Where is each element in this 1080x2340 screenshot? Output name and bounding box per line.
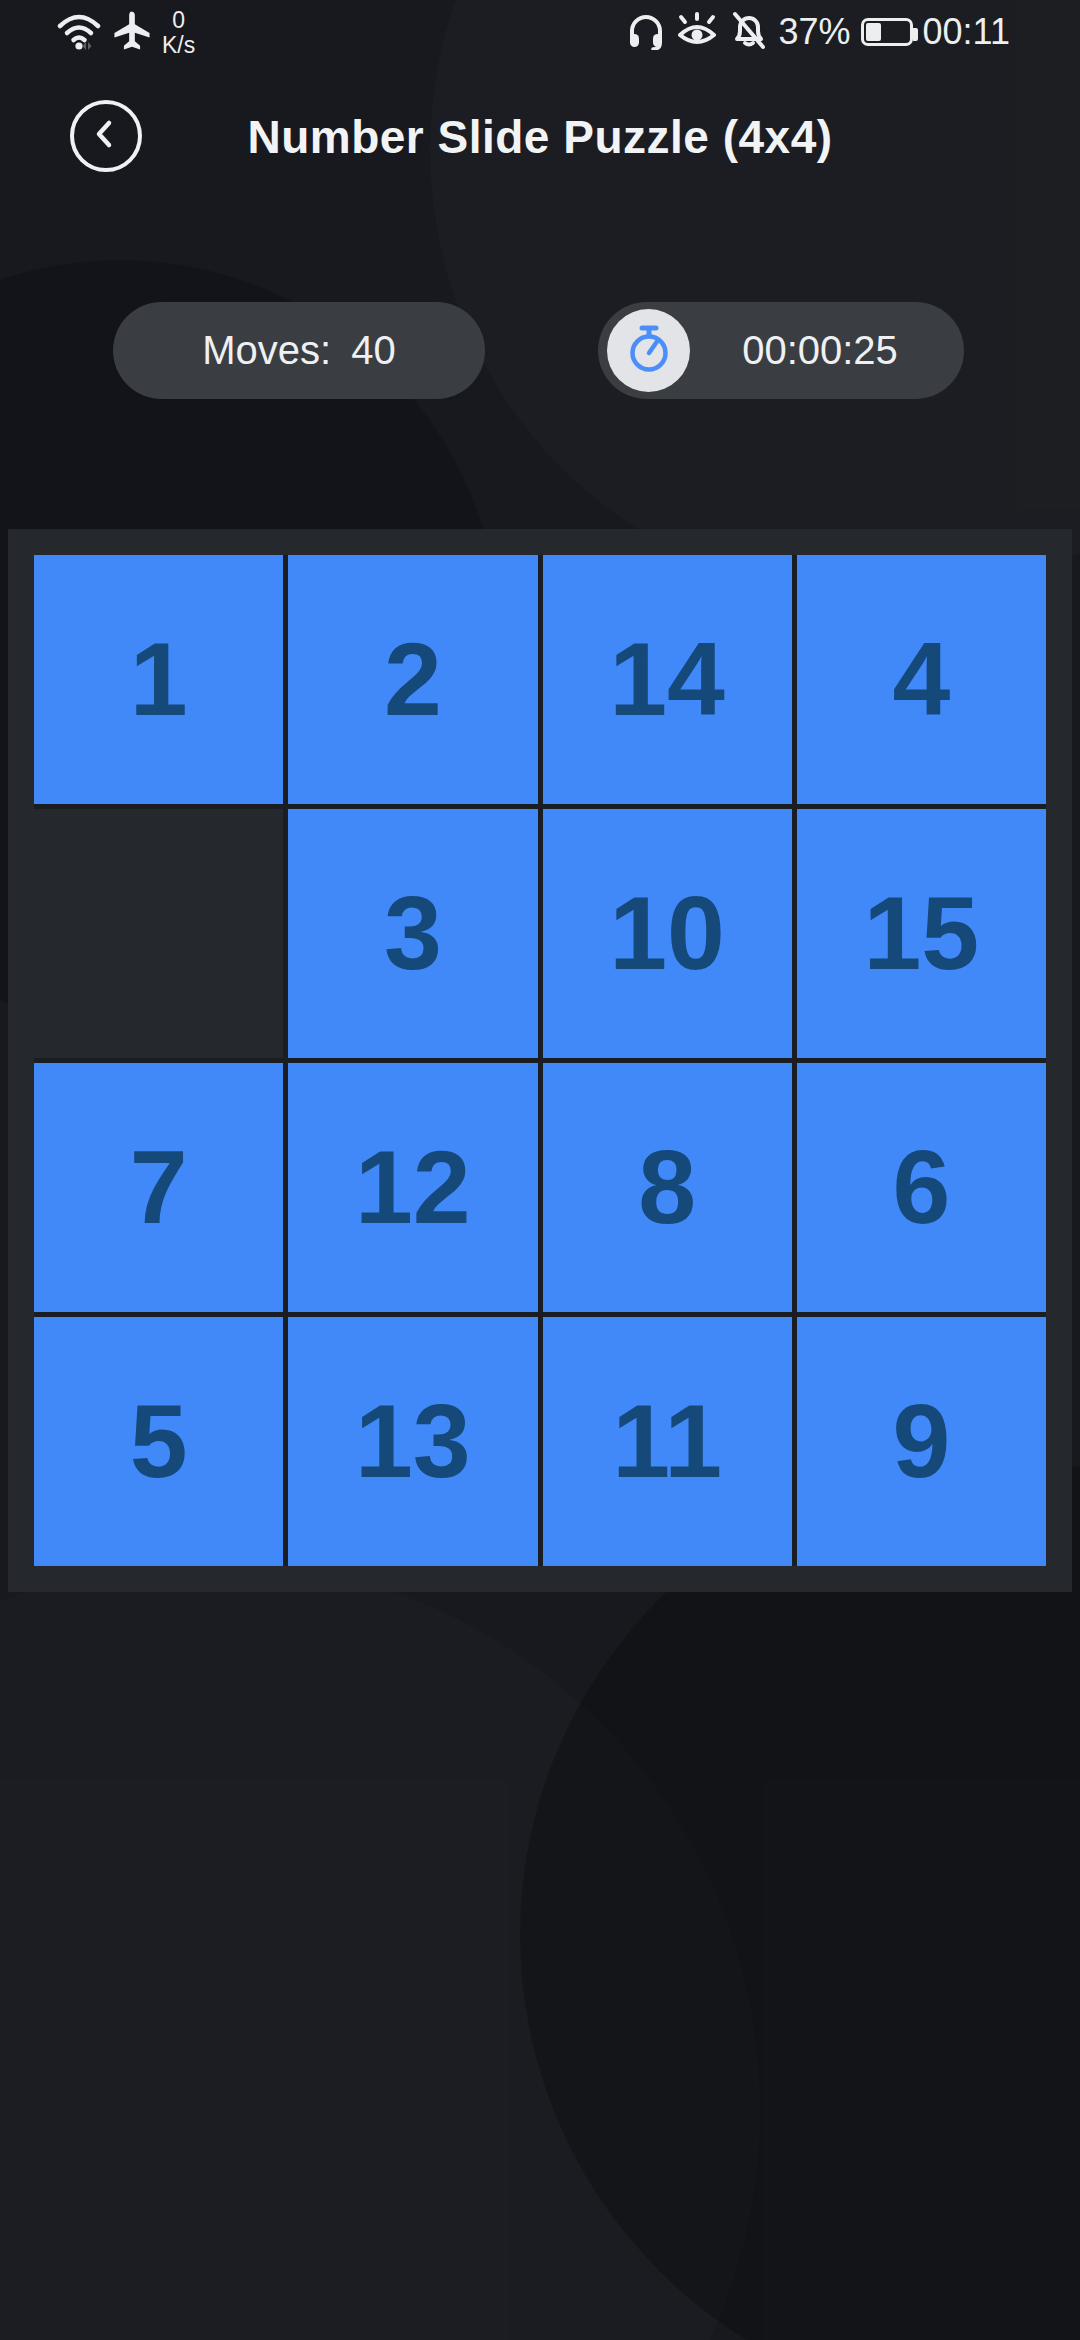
tile-1[interactable]: 1 [34,555,283,804]
tile-2[interactable]: 2 [288,555,537,804]
tile-8[interactable]: 8 [543,1063,792,1312]
tile-3[interactable]: 3 [288,809,537,1058]
tile-10[interactable]: 10 [543,809,792,1058]
tile-4[interactable]: 4 [797,555,1046,804]
battery-icon [861,18,913,46]
background-blob [520,1460,1080,2340]
tile-9[interactable]: 9 [797,1317,1046,1566]
battery-fill [866,23,882,41]
tile-5[interactable]: 5 [34,1317,283,1566]
timer: 00:00:25 [598,302,964,399]
background-blob [430,0,1080,600]
puzzle-board: 121443101571286513119 [8,529,1072,1592]
stopwatch-icon [624,323,674,379]
tile-14[interactable]: 14 [543,555,792,804]
tile-12[interactable]: 12 [288,1063,537,1312]
tile-7[interactable]: 7 [34,1063,283,1312]
eye-comfort-icon [675,10,719,54]
status-right-cluster: 37% 00:11 [627,0,1010,64]
status-time: 00:11 [923,11,1010,53]
moves-label: Moves: [202,328,331,373]
network-speed-value: 0 [172,8,185,33]
puzzle-grid: 121443101571286513119 [34,555,1046,1566]
page-title: Number Slide Puzzle (4x4) [0,110,1080,164]
tile-6[interactable]: 6 [797,1063,1046,1312]
empty-cell [34,809,283,1058]
background-blob [0,1560,760,2340]
timer-badge [607,309,690,392]
moves-value: 40 [351,328,396,373]
notifications-off-icon [729,9,769,55]
header: Number Slide Puzzle (4x4) [0,96,1080,186]
network-speed: 0 K/s [162,8,195,58]
status-bar: 0 K/s [0,0,1080,64]
tile-11[interactable]: 11 [543,1317,792,1566]
moves-counter: Moves: 40 [113,302,485,399]
airplane-mode-icon [111,9,153,55]
network-speed-unit: K/s [162,33,195,58]
wifi-icon [56,9,102,55]
headphones-icon [627,10,665,54]
battery-nub [913,28,918,41]
tile-13[interactable]: 13 [288,1317,537,1566]
battery-percent: 37% [779,11,851,53]
tile-15[interactable]: 15 [797,809,1046,1058]
status-left-cluster: 0 K/s [56,0,195,64]
